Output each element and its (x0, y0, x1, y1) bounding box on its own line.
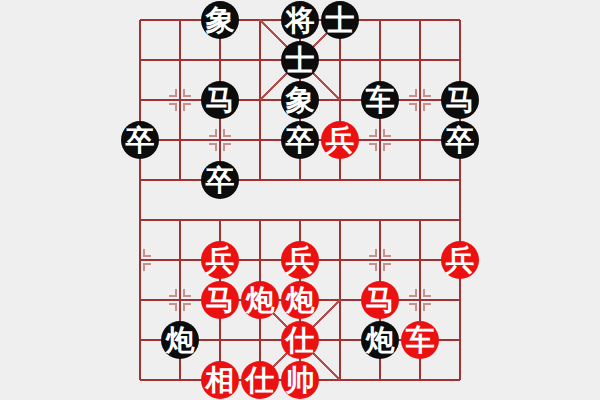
xiangqi-board: 象将士士马象车马卒卒兵卒卒兵兵兵马炮炮马炮仕炮车相仕帅 (0, 0, 600, 400)
piece-red-马[interactable]: 马 (361, 281, 399, 319)
piece-black-将[interactable]: 将 (281, 1, 319, 39)
piece-black-炮[interactable]: 炮 (361, 321, 399, 359)
piece-red-炮[interactable]: 炮 (241, 281, 279, 319)
piece-red-仕[interactable]: 仕 (241, 361, 279, 399)
piece-black-卒[interactable]: 卒 (281, 121, 319, 159)
piece-black-马[interactable]: 马 (201, 81, 239, 119)
piece-black-象[interactable]: 象 (201, 1, 239, 39)
piece-black-马[interactable]: 马 (441, 81, 479, 119)
piece-red-马[interactable]: 马 (201, 281, 239, 319)
piece-red-兵[interactable]: 兵 (321, 121, 359, 159)
piece-red-兵[interactable]: 兵 (201, 241, 239, 279)
piece-black-炮[interactable]: 炮 (161, 321, 199, 359)
piece-black-车[interactable]: 车 (361, 81, 399, 119)
board-grid: 象将士士马象车马卒卒兵卒卒兵兵兵马炮炮马炮仕炮车相仕帅 (120, 0, 480, 400)
piece-black-卒[interactable]: 卒 (201, 161, 239, 199)
piece-black-士[interactable]: 士 (321, 1, 359, 39)
piece-red-相[interactable]: 相 (201, 361, 239, 399)
piece-red-兵[interactable]: 兵 (441, 241, 479, 279)
piece-red-炮[interactable]: 炮 (281, 281, 319, 319)
piece-black-士[interactable]: 士 (281, 41, 319, 79)
piece-black-卒[interactable]: 卒 (441, 121, 479, 159)
piece-black-卒[interactable]: 卒 (121, 121, 159, 159)
piece-red-仕[interactable]: 仕 (281, 321, 319, 359)
piece-red-车[interactable]: 车 (401, 321, 439, 359)
piece-red-帅[interactable]: 帅 (281, 361, 319, 399)
piece-red-兵[interactable]: 兵 (281, 241, 319, 279)
piece-black-象[interactable]: 象 (281, 81, 319, 119)
